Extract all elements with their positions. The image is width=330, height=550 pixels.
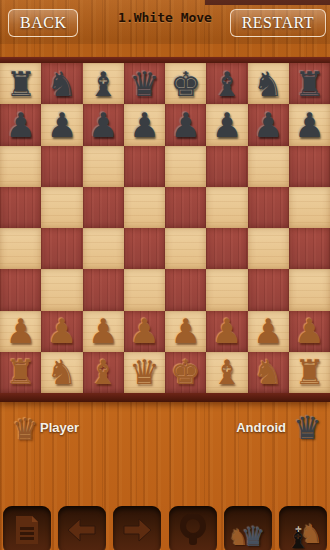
redo-button[interactable] [113, 506, 161, 550]
square-c2[interactable]: ♟ [83, 311, 124, 352]
piece-black-bishop[interactable]: ♝ [212, 67, 242, 101]
piece-white-rook[interactable]: ♜ [5, 355, 35, 389]
square-f7[interactable]: ♟ [206, 104, 247, 145]
piece-black-pawn[interactable]: ♟ [88, 108, 118, 142]
restart-button[interactable]: RESTART [230, 9, 326, 37]
square-b7[interactable]: ♟ [41, 104, 82, 145]
square-b1[interactable]: ♞ [41, 352, 82, 393]
piece-white-queen[interactable]: ♛ [129, 355, 159, 389]
piece-black-pawn[interactable]: ♟ [129, 108, 159, 142]
document-icon [14, 515, 40, 545]
square-c8[interactable]: ♝ [83, 63, 124, 104]
magnifier-icon [180, 514, 206, 546]
square-h6[interactable] [289, 146, 330, 187]
piece-white-knight[interactable]: ♞ [47, 355, 77, 389]
white-queen-icon: ♛ [12, 415, 39, 445]
piece-black-bishop[interactable]: ♝ [88, 67, 118, 101]
piece-white-pawn[interactable]: ♟ [5, 314, 35, 348]
piece-white-bishop[interactable]: ♝ [212, 355, 242, 389]
back-button[interactable]: BACK [8, 9, 78, 37]
square-d4[interactable] [124, 228, 165, 269]
piece-style-button[interactable]: ♞ ♝ ✛ [279, 506, 327, 550]
square-h4[interactable] [289, 228, 330, 269]
square-a6[interactable] [0, 146, 41, 187]
piece-black-pawn[interactable]: ♟ [170, 108, 200, 142]
piece-white-pawn[interactable]: ♟ [253, 314, 283, 348]
top-bar: BACK 1.White Move RESTART [0, 0, 330, 44]
square-c5[interactable] [83, 187, 124, 228]
square-f3[interactable] [206, 269, 247, 310]
square-e8[interactable]: ♚ [165, 63, 206, 104]
square-e7[interactable]: ♟ [165, 104, 206, 145]
square-f6[interactable] [206, 146, 247, 187]
piece-white-pawn[interactable]: ♟ [88, 314, 118, 348]
square-h8[interactable]: ♜ [289, 63, 330, 104]
square-b5[interactable] [41, 187, 82, 228]
hint-button[interactable] [169, 506, 217, 550]
black-player-name: Android [236, 420, 286, 435]
undo-button[interactable] [58, 506, 106, 550]
piece-white-pawn[interactable]: ♟ [170, 314, 200, 348]
square-e5[interactable] [165, 187, 206, 228]
piece-black-pawn[interactable]: ♟ [47, 108, 77, 142]
square-a5[interactable] [0, 187, 41, 228]
square-d6[interactable] [124, 146, 165, 187]
square-e6[interactable] [165, 146, 206, 187]
piece-black-rook[interactable]: ♜ [294, 67, 324, 101]
square-g7[interactable]: ♟ [248, 104, 289, 145]
piece-white-pawn[interactable]: ♟ [294, 314, 324, 348]
square-e4[interactable] [165, 228, 206, 269]
square-d2[interactable]: ♟ [124, 311, 165, 352]
square-d8[interactable]: ♛ [124, 63, 165, 104]
square-e2[interactable]: ♟ [165, 311, 206, 352]
choose-side-button[interactable]: ♞ ♛ [224, 506, 272, 550]
square-h3[interactable] [289, 269, 330, 310]
square-g1[interactable]: ♞ [248, 352, 289, 393]
piece-black-pawn[interactable]: ♟ [5, 108, 35, 142]
square-d1[interactable]: ♛ [124, 352, 165, 393]
square-f2[interactable]: ♟ [206, 311, 247, 352]
piece-black-pawn[interactable]: ♟ [294, 108, 324, 142]
square-d5[interactable] [124, 187, 165, 228]
square-g5[interactable] [248, 187, 289, 228]
square-g6[interactable] [248, 146, 289, 187]
bishop-cross-icon: ✛ [295, 526, 302, 534]
square-a4[interactable] [0, 228, 41, 269]
board-bottom-rail [0, 393, 330, 402]
players-bar: ♛ Player Android ♛ [0, 404, 330, 460]
square-h1[interactable]: ♜ [289, 352, 330, 393]
square-a2[interactable]: ♟ [0, 311, 41, 352]
square-d7[interactable]: ♟ [124, 104, 165, 145]
square-c3[interactable] [83, 269, 124, 310]
square-a7[interactable]: ♟ [0, 104, 41, 145]
piece-black-knight[interactable]: ♞ [253, 67, 283, 101]
piece-black-queen[interactable]: ♛ [129, 67, 159, 101]
square-b8[interactable]: ♞ [41, 63, 82, 104]
piece-black-pawn[interactable]: ♟ [253, 108, 283, 142]
square-c6[interactable] [83, 146, 124, 187]
square-g3[interactable] [248, 269, 289, 310]
square-h7[interactable]: ♟ [289, 104, 330, 145]
square-b6[interactable] [41, 146, 82, 187]
square-e3[interactable] [165, 269, 206, 310]
square-f1[interactable]: ♝ [206, 352, 247, 393]
piece-black-rook[interactable]: ♜ [5, 67, 35, 101]
square-f8[interactable]: ♝ [206, 63, 247, 104]
dark-queen-icon: ♛ [242, 523, 266, 550]
piece-white-knight[interactable]: ♞ [253, 355, 283, 389]
piece-black-knight[interactable]: ♞ [47, 67, 77, 101]
square-c4[interactable] [83, 228, 124, 269]
square-g4[interactable] [248, 228, 289, 269]
black-queen-icon: ♛ [293, 412, 322, 444]
white-player-name: Player [40, 420, 79, 435]
bottom-toolbar: ♞ ♛ ♞ ♝ ✛ [0, 506, 330, 550]
square-f4[interactable] [206, 228, 247, 269]
square-c7[interactable]: ♟ [83, 104, 124, 145]
square-g2[interactable]: ♟ [248, 311, 289, 352]
square-c1[interactable]: ♝ [83, 352, 124, 393]
square-a8[interactable]: ♜ [0, 63, 41, 104]
square-b3[interactable] [41, 269, 82, 310]
chess-board: ♜♞♝♛♚♝♞♜♟♟♟♟♟♟♟♟♟♟♟♟♟♟♟♟♜♞♝♛♚♝♞♜ [0, 63, 330, 393]
square-g8[interactable]: ♞ [248, 63, 289, 104]
square-a1[interactable]: ♜ [0, 352, 41, 393]
square-d3[interactable] [124, 269, 165, 310]
piece-white-king[interactable]: ♚ [170, 355, 200, 389]
square-e1[interactable]: ♚ [165, 352, 206, 393]
piece-white-pawn[interactable]: ♟ [129, 314, 159, 348]
piece-black-pawn[interactable]: ♟ [212, 108, 242, 142]
square-h5[interactable] [289, 187, 330, 228]
square-b2[interactable]: ♟ [41, 311, 82, 352]
piece-white-rook[interactable]: ♜ [294, 355, 324, 389]
arrow-right-icon [122, 518, 152, 542]
arrow-left-icon [67, 518, 97, 542]
square-h2[interactable]: ♟ [289, 311, 330, 352]
square-a3[interactable] [0, 269, 41, 310]
square-f5[interactable] [206, 187, 247, 228]
square-b4[interactable] [41, 228, 82, 269]
piece-white-pawn[interactable]: ♟ [47, 314, 77, 348]
chess-app-window: BACK 1.White Move RESTART ♜♞♝♛♚♝♞♜♟♟♟♟♟♟… [0, 0, 330, 550]
piece-white-bishop[interactable]: ♝ [88, 355, 118, 389]
move-list-button[interactable] [3, 506, 51, 550]
piece-white-pawn[interactable]: ♟ [212, 314, 242, 348]
piece-black-king[interactable]: ♚ [170, 67, 200, 101]
